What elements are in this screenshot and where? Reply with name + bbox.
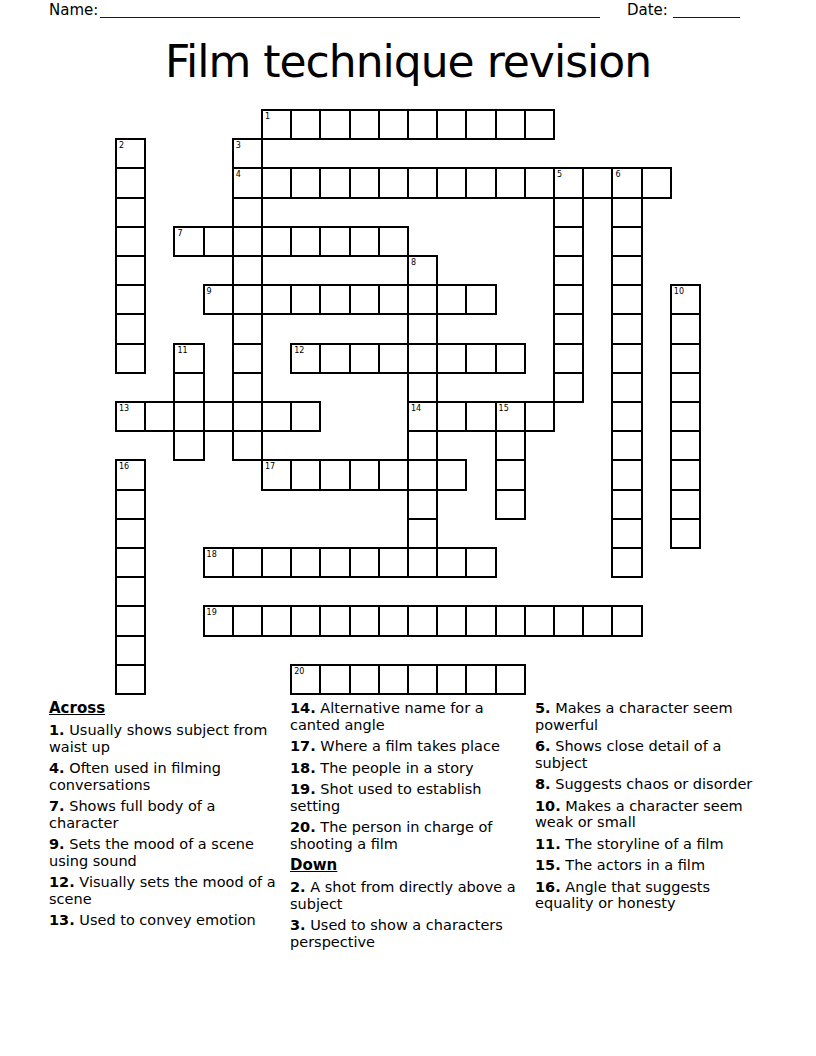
grid-cell[interactable] — [115, 664, 146, 695]
grid-cell[interactable]: 1 — [261, 109, 292, 140]
grid-cell[interactable] — [261, 401, 292, 432]
grid-cell[interactable] — [670, 401, 701, 432]
grid-cell[interactable] — [407, 284, 438, 315]
grid-cell[interactable]: 10 — [670, 284, 701, 315]
grid-cell[interactable] — [115, 197, 146, 228]
clue-number: 7. — [49, 798, 65, 814]
grid-cell[interactable] — [465, 343, 496, 374]
grid-cell[interactable] — [232, 343, 263, 374]
grid-cell[interactable] — [611, 226, 642, 257]
grid-cell[interactable]: 7 — [173, 226, 204, 257]
cell-number: 5 — [557, 171, 562, 179]
grid-cell[interactable] — [115, 343, 146, 374]
grid-cell[interactable]: 18 — [203, 547, 234, 578]
grid-cell[interactable] — [349, 284, 380, 315]
grid-cell[interactable]: 19 — [203, 605, 234, 636]
clue-number: 20. — [290, 819, 316, 835]
grid-cell[interactable] — [436, 547, 467, 578]
clue-column-middle: 14. Alternative name for a canted angle1… — [290, 700, 527, 955]
clue-number: 15. — [535, 857, 561, 873]
grid-cell[interactable] — [553, 255, 584, 286]
grid-cell[interactable] — [495, 167, 526, 198]
cell-number: 16 — [119, 463, 129, 471]
grid-cell[interactable] — [232, 605, 263, 636]
grid-cell[interactable]: 17 — [261, 459, 292, 490]
grid-cell[interactable] — [407, 430, 438, 461]
grid-cell[interactable] — [349, 547, 380, 578]
grid-cell[interactable]: 14 — [407, 401, 438, 432]
cell-number: 8 — [411, 259, 416, 267]
clue-number: 4. — [49, 760, 65, 776]
grid-cell[interactable] — [582, 605, 613, 636]
grid-cell[interactable]: 20 — [290, 664, 321, 695]
grid-cell[interactable]: 12 — [290, 343, 321, 374]
grid-cell[interactable] — [232, 372, 263, 403]
cell-number: 7 — [177, 230, 182, 238]
cell-number: 13 — [119, 405, 129, 413]
clue-item: 18. The people in a story — [290, 760, 527, 777]
grid-cell[interactable] — [232, 547, 263, 578]
cell-number: 12 — [294, 347, 304, 355]
clue-number: 9. — [49, 836, 65, 852]
grid-cell[interactable] — [641, 167, 672, 198]
grid-cell[interactable] — [232, 226, 263, 257]
cell-number: 2 — [119, 142, 124, 150]
grid-cell[interactable] — [349, 226, 380, 257]
grid-cell[interactable]: 11 — [173, 343, 204, 374]
grid-cell[interactable] — [611, 605, 642, 636]
clue-item: 3. Used to show a characters perspective — [290, 917, 527, 950]
grid-cell[interactable] — [436, 459, 467, 490]
grid-cell[interactable] — [290, 109, 321, 140]
clue-number: 8. — [535, 776, 551, 792]
grid-cell[interactable] — [261, 167, 292, 198]
grid-cell[interactable] — [115, 576, 146, 607]
clue-number: 12. — [49, 874, 75, 890]
clue-number: 19. — [290, 781, 316, 797]
grid-cell[interactable] — [232, 430, 263, 461]
grid-cell[interactable] — [670, 489, 701, 520]
grid-cell[interactable] — [232, 255, 263, 286]
clue-number: 5. — [535, 700, 551, 716]
clue-number: 17. — [290, 738, 316, 754]
clue-item: 5. Makes a character seem powerful — [535, 700, 763, 733]
grid-cell[interactable] — [115, 605, 146, 636]
grid-cell[interactable] — [378, 459, 409, 490]
grid-cell[interactable] — [261, 547, 292, 578]
grid-cell[interactable] — [319, 343, 350, 374]
grid-cell[interactable] — [670, 372, 701, 403]
grid-cell[interactable] — [290, 401, 321, 432]
grid-cell[interactable] — [465, 109, 496, 140]
grid-cell[interactable] — [495, 459, 526, 490]
grid-cell[interactable] — [407, 605, 438, 636]
grid-cell[interactable]: 8 — [407, 255, 438, 286]
cell-number: 18 — [207, 551, 217, 559]
grid-cell[interactable] — [349, 343, 380, 374]
date-blank-line[interactable] — [673, 1, 740, 18]
cell-number: 6 — [615, 171, 620, 179]
grid-cell[interactable] — [553, 284, 584, 315]
grid-cell[interactable] — [465, 664, 496, 695]
grid-cell[interactable] — [290, 167, 321, 198]
grid-cell[interactable] — [436, 109, 467, 140]
grid-cell[interactable] — [553, 605, 584, 636]
clue-item: 8. Suggests chaos or disorder — [535, 776, 763, 793]
grid-cell[interactable]: 4 — [232, 167, 263, 198]
grid-cell[interactable] — [611, 401, 642, 432]
grid-cell[interactable] — [261, 605, 292, 636]
grid-cell[interactable] — [582, 167, 613, 198]
grid-cell[interactable] — [611, 255, 642, 286]
grid-cell[interactable] — [378, 664, 409, 695]
grid-cell[interactable] — [436, 664, 467, 695]
grid-cell[interactable]: 9 — [203, 284, 234, 315]
grid-cell[interactable] — [319, 284, 350, 315]
grid-cell[interactable] — [319, 167, 350, 198]
grid-cell[interactable] — [378, 226, 409, 257]
clue-number: 16. — [535, 879, 561, 895]
grid-cell[interactable] — [495, 109, 526, 140]
cell-number: 14 — [411, 405, 421, 413]
grid-cell[interactable] — [553, 372, 584, 403]
grid-cell[interactable] — [495, 343, 526, 374]
grid-cell[interactable] — [465, 401, 496, 432]
grid-cell[interactable] — [436, 284, 467, 315]
cell-number: 1 — [265, 113, 270, 121]
grid-cell[interactable]: 2 — [115, 138, 146, 169]
name-label: Name: — [49, 1, 98, 19]
grid-cell[interactable] — [232, 313, 263, 344]
clue-item: 16. Angle that suggests equality or hone… — [535, 879, 763, 912]
cell-number: 11 — [177, 347, 187, 355]
grid-cell[interactable] — [611, 518, 642, 549]
grid-cell[interactable] — [407, 489, 438, 520]
grid-cell[interactable] — [319, 664, 350, 695]
clue-number: 14. — [290, 700, 316, 716]
grid-cell[interactable] — [407, 372, 438, 403]
grid-cell[interactable]: 13 — [115, 401, 146, 432]
grid-cell[interactable] — [349, 605, 380, 636]
grid-cell[interactable] — [465, 167, 496, 198]
clue-item: 12. Visually sets the mood of a scene — [49, 874, 283, 907]
clue-item: 7. Shows full body of a character — [49, 798, 283, 831]
grid-cell[interactable] — [407, 664, 438, 695]
clue-item: 19. Shot used to establish setting — [290, 781, 527, 814]
grid-cell[interactable] — [378, 167, 409, 198]
grid-cell[interactable] — [290, 459, 321, 490]
clue-number: 18. — [290, 760, 316, 776]
grid-cell[interactable] — [611, 197, 642, 228]
grid-cell[interactable] — [495, 430, 526, 461]
grid-cell[interactable] — [436, 343, 467, 374]
grid-cell[interactable] — [524, 167, 555, 198]
grid-cell[interactable] — [611, 343, 642, 374]
grid-cell[interactable] — [319, 547, 350, 578]
grid-cell[interactable] — [670, 343, 701, 374]
grid-cell[interactable] — [115, 635, 146, 666]
grid-cell[interactable] — [261, 284, 292, 315]
grid-cell[interactable] — [203, 226, 234, 257]
clue-number: 11. — [535, 836, 561, 852]
grid-cell[interactable] — [232, 401, 263, 432]
grid-cell[interactable] — [115, 547, 146, 578]
grid-cell[interactable] — [611, 372, 642, 403]
grid-cell[interactable] — [144, 401, 175, 432]
grid-cell[interactable] — [173, 372, 204, 403]
clue-item: 4. Often used in filming conversations — [49, 760, 283, 793]
grid-cell[interactable] — [407, 109, 438, 140]
grid-cell[interactable] — [378, 284, 409, 315]
cell-number: 4 — [236, 171, 241, 179]
grid-cell[interactable] — [115, 167, 146, 198]
clue-item: 13. Used to convey emotion — [49, 912, 283, 929]
grid-cell[interactable] — [611, 459, 642, 490]
date-label: Date: — [627, 1, 668, 19]
clue-number: 2. — [290, 879, 306, 895]
grid-cell[interactable] — [553, 343, 584, 374]
page-title: Film technique revision — [0, 36, 816, 87]
grid-cell[interactable] — [407, 167, 438, 198]
across-heading: Across — [49, 700, 283, 717]
grid-cell[interactable] — [319, 459, 350, 490]
grid-cell[interactable] — [378, 109, 409, 140]
grid-cell[interactable]: 5 — [553, 167, 584, 198]
grid-cell[interactable] — [319, 109, 350, 140]
grid-cell[interactable] — [407, 518, 438, 549]
grid-cell[interactable] — [495, 664, 526, 695]
grid-cell[interactable] — [115, 518, 146, 549]
grid-cell[interactable] — [465, 605, 496, 636]
clue-item: 11. The storyline of a film — [535, 836, 763, 853]
clue-number: 1. — [49, 722, 65, 738]
grid-cell[interactable] — [378, 547, 409, 578]
grid-cell[interactable] — [378, 343, 409, 374]
grid-cell[interactable] — [173, 430, 204, 461]
grid-cell[interactable] — [290, 226, 321, 257]
grid-cell[interactable] — [319, 605, 350, 636]
grid-cell[interactable]: 16 — [115, 459, 146, 490]
grid-cell[interactable] — [524, 109, 555, 140]
grid-cell[interactable]: 15 — [495, 401, 526, 432]
cell-number: 17 — [265, 463, 275, 471]
clue-item: 1. Usually shows subject from waist up — [49, 722, 283, 755]
cell-number: 3 — [236, 142, 241, 150]
grid-cell[interactable] — [611, 284, 642, 315]
grid-cell[interactable] — [436, 167, 467, 198]
cell-number: 9 — [207, 288, 212, 296]
grid-cell[interactable] — [524, 605, 555, 636]
name-blank-line[interactable] — [100, 1, 600, 18]
clue-item: 14. Alternative name for a canted angle — [290, 700, 527, 733]
grid-cell[interactable] — [465, 547, 496, 578]
grid-cell[interactable] — [115, 313, 146, 344]
grid-cell[interactable] — [670, 459, 701, 490]
grid-cell[interactable] — [611, 547, 642, 578]
grid-cell[interactable] — [407, 343, 438, 374]
grid-cell[interactable] — [203, 401, 234, 432]
grid-cell[interactable] — [115, 255, 146, 286]
clue-item: 9. Sets the mood of a scene using sound — [49, 836, 283, 869]
grid-cell[interactable] — [290, 547, 321, 578]
grid-cell[interactable] — [495, 605, 526, 636]
crossword-grid: 1234567891011121314151617181920 — [116, 110, 700, 694]
grid-cell[interactable] — [349, 664, 380, 695]
grid-cell[interactable] — [553, 313, 584, 344]
clue-item: 17. Where a film takes place — [290, 738, 527, 755]
clue-column-left: Across1. Usually shows subject from wais… — [49, 700, 283, 934]
grid-cell[interactable] — [407, 313, 438, 344]
clue-number: 3. — [290, 917, 306, 933]
cell-number: 10 — [674, 288, 684, 296]
grid-cell[interactable] — [319, 226, 350, 257]
grid-cell[interactable] — [495, 489, 526, 520]
grid-cell[interactable] — [436, 605, 467, 636]
grid-cell[interactable] — [378, 605, 409, 636]
grid-cell[interactable] — [670, 313, 701, 344]
grid-cell[interactable] — [115, 226, 146, 257]
grid-cell[interactable] — [232, 284, 263, 315]
grid-cell[interactable] — [611, 313, 642, 344]
grid-cell[interactable] — [670, 430, 701, 461]
grid-cell[interactable] — [465, 284, 496, 315]
grid-cell[interactable] — [553, 197, 584, 228]
grid-cell[interactable]: 6 — [611, 167, 642, 198]
clue-item: 20. The person in charge of shooting a f… — [290, 819, 527, 852]
grid-cell[interactable] — [407, 459, 438, 490]
grid-cell[interactable] — [524, 401, 555, 432]
clue-item: 2. A shot from directly above a subject — [290, 879, 527, 912]
grid-cell[interactable] — [349, 109, 380, 140]
clue-item: 15. The actors in a film — [535, 857, 763, 874]
grid-cell[interactable] — [436, 401, 467, 432]
clue-column-right: 5. Makes a character seem powerful6. Sho… — [535, 700, 763, 917]
cell-number: 19 — [207, 609, 217, 617]
grid-cell[interactable]: 3 — [232, 138, 263, 169]
grid-cell[interactable] — [115, 489, 146, 520]
cell-number: 15 — [499, 405, 509, 413]
grid-cell[interactable] — [611, 430, 642, 461]
grid-cell[interactable] — [290, 605, 321, 636]
grid-cell[interactable] — [670, 518, 701, 549]
grid-cell[interactable] — [611, 489, 642, 520]
clue-item: 10. Makes a character seem weak or small — [535, 798, 763, 831]
grid-cell[interactable] — [349, 167, 380, 198]
grid-cell[interactable] — [232, 197, 263, 228]
grid-cell[interactable] — [407, 547, 438, 578]
clue-number: 10. — [535, 798, 561, 814]
grid-cell[interactable] — [553, 226, 584, 257]
down-heading: Down — [290, 857, 527, 874]
grid-cell[interactable] — [115, 284, 146, 315]
grid-cell[interactable] — [261, 226, 292, 257]
grid-cell[interactable] — [290, 284, 321, 315]
grid-cell[interactable] — [173, 401, 204, 432]
clue-item: 6. Shows close detail of a subject — [535, 738, 763, 771]
grid-cell[interactable] — [349, 459, 380, 490]
clue-number: 6. — [535, 738, 551, 754]
clue-number: 13. — [49, 912, 75, 928]
cell-number: 20 — [294, 668, 304, 676]
worksheet-page: Name: Date: Film technique revision 1234… — [0, 0, 816, 1056]
